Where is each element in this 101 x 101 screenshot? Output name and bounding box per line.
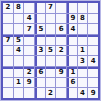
cell-r1c1[interactable]: 2 — [3, 3, 13, 13]
cell-r4c1[interactable]: 7 — [3, 35, 13, 45]
cell-r9c5[interactable]: 2 — [46, 88, 56, 98]
cell-r6c2[interactable] — [14, 56, 24, 66]
cell-r6c6[interactable] — [56, 56, 66, 66]
cell-r8c8[interactable] — [78, 78, 88, 88]
cell-r1c5[interactable]: 7 — [46, 3, 56, 13]
cell-r4c6[interactable] — [56, 35, 66, 45]
cell-r6c5[interactable] — [46, 56, 56, 66]
cell-r9c4[interactable] — [35, 88, 45, 98]
cell-r4c7[interactable] — [67, 35, 77, 45]
cell-r9c1[interactable] — [3, 88, 13, 98]
cell-r2c7[interactable]: 9 — [67, 14, 77, 24]
cell-r5c1[interactable] — [3, 46, 13, 56]
cell-r8c2[interactable]: 1 — [14, 78, 24, 88]
cell-r7c3[interactable]: 2 — [24, 67, 34, 77]
cell-r3c4[interactable]: 5 — [35, 24, 45, 34]
cell-r2c5[interactable] — [46, 14, 56, 24]
cell-r9c3[interactable] — [24, 88, 34, 98]
cell-r7c4[interactable]: 6 — [35, 67, 45, 77]
cell-r3c1[interactable] — [3, 24, 13, 34]
cell-r5c9[interactable] — [88, 46, 98, 56]
cell-r7c8[interactable] — [78, 67, 88, 77]
cell-r8c4[interactable] — [35, 78, 45, 88]
cell-r1c8[interactable] — [78, 3, 88, 13]
cell-r7c5[interactable] — [46, 67, 56, 77]
cell-r1c6[interactable] — [56, 3, 66, 13]
cell-r6c1[interactable] — [3, 56, 13, 66]
cell-r5c8[interactable]: 1 — [78, 46, 88, 56]
cell-r3c7[interactable]: 4 — [67, 24, 77, 34]
cell-r8c1[interactable] — [3, 78, 13, 88]
cell-r5c2[interactable]: 4 — [14, 46, 24, 56]
cell-r3c5[interactable] — [46, 24, 56, 34]
cell-r9c2[interactable] — [14, 88, 24, 98]
cell-r6c9[interactable]: 4 — [88, 56, 98, 66]
cell-r1c3[interactable] — [24, 3, 34, 13]
cell-r5c6[interactable]: 2 — [56, 46, 66, 56]
cell-r4c8[interactable] — [78, 35, 88, 45]
cell-r9c9[interactable]: 9 — [88, 88, 98, 98]
sudoku-board: 28749875647543521342691196249 — [1, 1, 100, 100]
cell-r9c7[interactable] — [67, 88, 77, 98]
cell-r8c3[interactable]: 9 — [24, 78, 34, 88]
cell-r6c4[interactable] — [35, 56, 45, 66]
cell-r7c7[interactable]: 1 — [67, 67, 77, 77]
cell-r2c4[interactable] — [35, 14, 45, 24]
cell-r7c9[interactable] — [88, 67, 98, 77]
cell-r4c4[interactable] — [35, 35, 45, 45]
cell-r3c8[interactable] — [78, 24, 88, 34]
cell-r9c6[interactable] — [56, 88, 66, 98]
cell-r3c6[interactable]: 6 — [56, 24, 66, 34]
cell-r8c9[interactable] — [88, 78, 98, 88]
cell-r2c2[interactable] — [14, 14, 24, 24]
cell-r6c7[interactable] — [67, 56, 77, 66]
cell-r5c3[interactable] — [24, 46, 34, 56]
cell-r9c8[interactable]: 4 — [78, 88, 88, 98]
cell-r4c3[interactable] — [24, 35, 34, 45]
cell-r8c6[interactable] — [56, 78, 66, 88]
cell-r1c7[interactable] — [67, 3, 77, 13]
cell-r7c1[interactable] — [3, 67, 13, 77]
cell-r3c9[interactable] — [88, 24, 98, 34]
cell-r2c1[interactable] — [3, 14, 13, 24]
cell-r3c2[interactable] — [14, 24, 24, 34]
cell-r5c4[interactable]: 3 — [35, 46, 45, 56]
cell-r4c9[interactable] — [88, 35, 98, 45]
cell-r2c3[interactable]: 4 — [24, 14, 34, 24]
cell-r7c2[interactable] — [14, 67, 24, 77]
cell-r2c6[interactable] — [56, 14, 66, 24]
cell-r7c6[interactable]: 9 — [56, 67, 66, 77]
cell-r5c7[interactable] — [67, 46, 77, 56]
cell-r1c2[interactable]: 8 — [14, 3, 24, 13]
cell-r2c9[interactable] — [88, 14, 98, 24]
cell-r8c7[interactable]: 6 — [67, 78, 77, 88]
cell-r1c4[interactable] — [35, 3, 45, 13]
cell-r4c5[interactable] — [46, 35, 56, 45]
cell-r5c5[interactable]: 5 — [46, 46, 56, 56]
cell-r4c2[interactable]: 5 — [14, 35, 24, 45]
cell-r1c9[interactable] — [88, 3, 98, 13]
cell-r6c3[interactable] — [24, 56, 34, 66]
cell-r2c8[interactable]: 8 — [78, 14, 88, 24]
cell-r8c5[interactable] — [46, 78, 56, 88]
cell-r3c3[interactable]: 7 — [24, 24, 34, 34]
cell-r6c8[interactable]: 3 — [78, 56, 88, 66]
